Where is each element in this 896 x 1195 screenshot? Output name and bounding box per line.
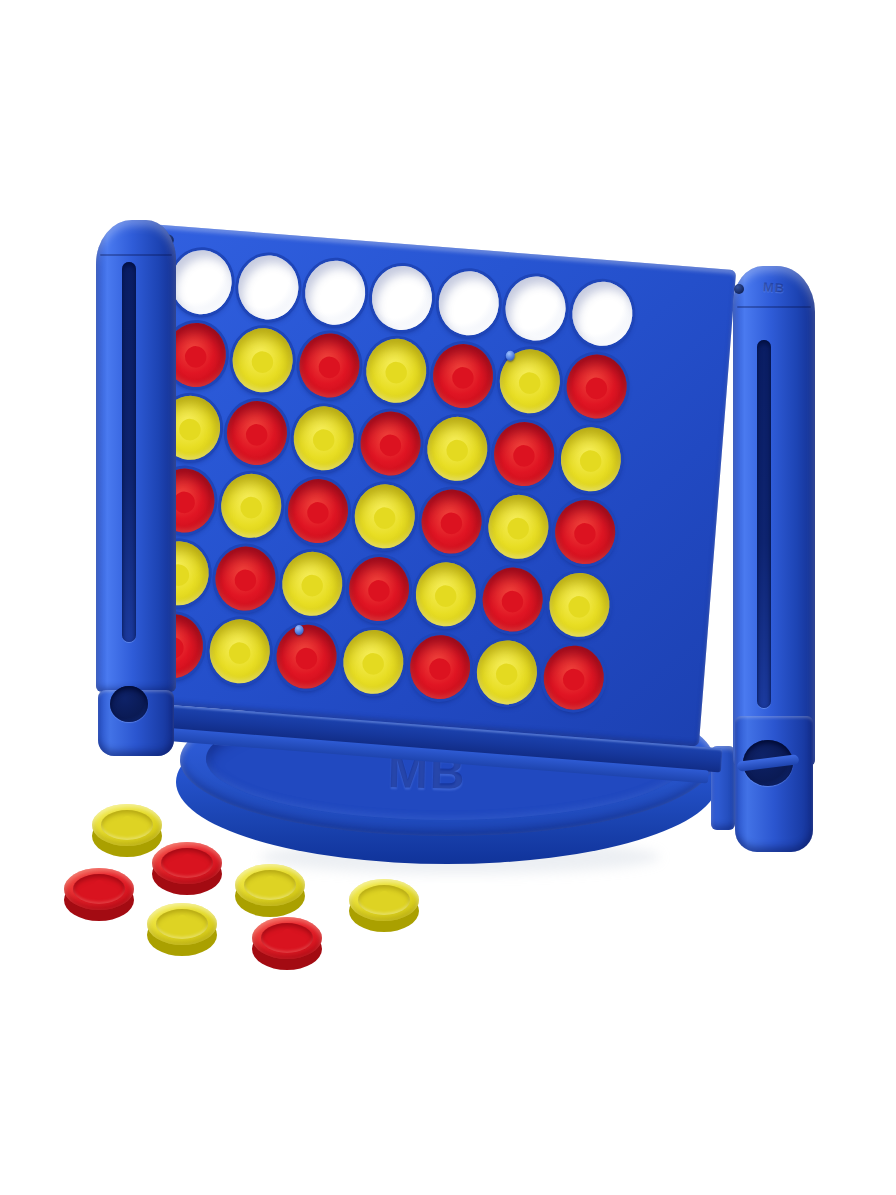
disc-glyph [169,248,234,317]
disc-glyph: ● [480,565,545,634]
disc-glyph [436,269,501,338]
yellow-disc: ● [475,638,540,707]
loose-red-disc[interactable]: ● [151,842,223,898]
yellow-disc: ● [364,337,429,406]
red-disc: ● [541,643,606,712]
right-handle-pillar[interactable]: MB [733,266,815,766]
cell-col4-row3[interactable]: ● [355,405,428,483]
loose-red-disc[interactable]: ● [63,868,135,924]
cap-seam [737,306,811,308]
cell-col2-row2[interactable]: ● [227,322,300,400]
yellow-disc: ● [219,472,284,541]
disc-glyph: ● [558,425,623,494]
yellow-disc: ● [280,550,345,619]
yellow-disc: ● [230,326,295,395]
red-disc: ● [297,331,362,400]
right-pillar-foot [735,716,813,852]
disc-glyph: ● [492,420,557,489]
disc-glyph: ● [431,342,496,411]
cell-col4-row5[interactable]: ● [343,551,416,629]
disc-glyph [370,264,435,333]
cell-col6-row3[interactable]: ● [488,416,561,494]
disc-glyph: ● [251,913,323,955]
red-disc: ● [492,420,557,489]
right-cap-mb-emboss: MB [763,279,786,296]
left-pillar-foot [98,690,174,756]
empty-slot [503,274,568,343]
empty-slot [370,264,435,333]
cell-col7-row6[interactable]: ● [538,639,611,717]
red-disc: ● [553,498,618,567]
cell-col5-row4[interactable]: ● [416,483,489,561]
left-handle-pillar[interactable] [96,220,176,692]
red-disc: ● [274,622,339,691]
cell-col5-row3[interactable]: ● [422,410,495,488]
cell-col7-row4[interactable]: ● [549,494,622,572]
empty-slot [436,269,501,338]
red-disc: ● [213,544,278,613]
cell-col2-row4[interactable]: ● [215,467,288,545]
red-disc: ● [286,477,351,546]
connect-four-product-photo: MB ●●●●●●●●●●●●●●●●●●●●●●●●●●●●●●●●●●● M… [0,0,896,1195]
disc-glyph: ● [146,899,218,941]
disc-glyph: ● [219,472,284,541]
disc-glyph: ● [419,487,484,556]
cell-col4-row1[interactable] [366,260,439,338]
disc-glyph: ● [213,544,278,613]
disc-glyph [503,274,568,343]
disc-glyph: ● [297,331,362,400]
left-handle-slot [122,262,136,642]
board-frame: ●●●●●●●●●●●●●●●●●●●●●●●●●●●●●●●●●●● [109,224,788,793]
empty-slot [236,253,301,322]
empty-slot [169,248,234,317]
disc-glyph: ● [225,399,290,468]
cell-col6-row5[interactable]: ● [477,561,550,639]
disc-glyph: ● [358,409,423,478]
cell-col3-row3[interactable]: ● [288,400,361,478]
disc-glyph: ● [151,838,223,880]
yellow-disc: ● [413,560,478,629]
cell-col2-row3[interactable]: ● [221,395,294,473]
cell-col2-row1[interactable] [233,249,306,327]
cell-col6-row4[interactable]: ● [483,488,556,566]
connect-four-grid: ●●●●●●●●●●●●●●●●●●●●●●●●●●●●●●●●●●● [137,244,639,717]
yellow-disc: ● [291,404,356,473]
disc-glyph: ● [230,326,295,395]
disc-glyph: ● [207,617,272,686]
disc-glyph: ● [348,875,420,917]
disc-glyph: ● [541,643,606,712]
cell-col2-row6[interactable]: ● [204,613,277,691]
right-handle-slot [757,340,771,708]
red-disc: ● [431,342,496,411]
disc-glyph: ● [234,860,306,902]
cell-col4-row4[interactable]: ● [349,478,422,556]
loose-yellow-disc[interactable]: ● [348,879,420,935]
disc-glyph: ● [564,352,629,421]
red-disc: ● [225,399,290,468]
cell-col3-row2[interactable]: ● [294,327,367,405]
cell-col3-row4[interactable]: ● [282,473,355,551]
loose-yellow-disc[interactable]: ● [234,864,306,920]
yellow-disc: ● [486,493,551,562]
cell-col5-row1[interactable] [433,265,506,343]
disc-glyph: ● [364,337,429,406]
hinge-pin-icon [734,284,744,294]
red-disc: ● [564,352,629,421]
red-disc: ● [419,487,484,556]
grid-panel: ●●●●●●●●●●●●●●●●●●●●●●●●●●●●●●●●●●● [112,224,736,747]
cell-col7-row5[interactable]: ● [544,566,617,644]
disc-glyph: ● [91,800,163,842]
yellow-disc: ● [558,425,623,494]
cell-col1-row1[interactable] [166,244,239,322]
loose-red-disc[interactable]: ● [251,917,323,973]
yellow-disc: ● [341,628,406,697]
disc-glyph: ● [341,628,406,697]
disc-glyph: ● [475,638,540,707]
empty-slot [570,280,635,349]
yellow-disc: ● [547,571,612,640]
disc-glyph: ● [280,550,345,619]
cell-col3-row1[interactable] [299,254,372,332]
cell-col3-row5[interactable]: ● [276,545,349,623]
cell-col4-row6[interactable]: ● [338,623,411,701]
cell-col4-row2[interactable]: ● [360,332,433,410]
disc-glyph: ● [274,622,339,691]
loose-yellow-disc[interactable]: ● [146,903,218,959]
disc-glyph: ● [408,633,473,702]
cell-col5-row6[interactable]: ● [404,629,477,707]
yellow-disc: ● [352,482,417,551]
disc-glyph [570,280,635,349]
cell-col7-row1[interactable] [567,275,640,353]
cell-col5-row2[interactable]: ● [427,338,500,416]
disc-glyph: ● [486,493,551,562]
disc-glyph: ● [291,404,356,473]
disc-glyph: ● [352,482,417,551]
cell-col6-row1[interactable] [500,270,573,348]
red-disc: ● [480,565,545,634]
cell-col6-row6[interactable]: ● [471,634,544,712]
disc-glyph: ● [425,415,490,484]
red-disc: ● [408,633,473,702]
disc-glyph [303,258,368,327]
cell-col5-row5[interactable]: ● [410,556,483,634]
disc-glyph: ● [413,560,478,629]
cell-col7-row2[interactable]: ● [561,348,634,426]
disc-glyph: ● [63,864,135,906]
cell-col7-row3[interactable]: ● [555,421,628,499]
disc-glyph [236,253,301,322]
yellow-disc: ● [207,617,272,686]
disc-glyph: ● [347,555,412,624]
cell-col2-row5[interactable]: ● [210,540,283,618]
red-disc: ● [358,409,423,478]
cap-seam [100,254,172,256]
yellow-disc: ● [425,415,490,484]
cell-col3-row6[interactable]: ● [271,618,344,696]
disc-glyph: ● [286,477,351,546]
foot-notch-icon [110,686,148,722]
disc-glyph: ● [553,498,618,567]
red-disc: ● [347,555,412,624]
empty-slot [303,258,368,327]
disc-glyph: ● [547,571,612,640]
